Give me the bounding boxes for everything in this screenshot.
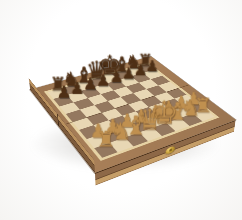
square-f3	[149, 103, 170, 115]
square-e3	[136, 107, 158, 119]
square-h1	[192, 109, 214, 121]
square-f1	[166, 118, 189, 131]
square-a4	[72, 117, 94, 130]
square-g1	[180, 113, 203, 126]
square-b1	[109, 137, 132, 152]
square-d4	[115, 104, 136, 116]
square-b5	[80, 105, 101, 117]
brass-latch-icon	[165, 145, 175, 155]
square-a2	[86, 134, 109, 148]
latch-pin-icon	[169, 148, 172, 152]
square-e2	[144, 115, 166, 128]
square-g2	[171, 106, 193, 118]
square-e1	[153, 123, 176, 136]
square-d2	[130, 119, 152, 132]
square-c2	[116, 124, 139, 138]
square-a1	[94, 143, 118, 158]
chess-board: ♜♞♝♛♚♝♞♜♟♟♟♟♟♟♟♟♟♟♟♟♟♟♟♟♜♞♝♛♚♝♞♜	[30, 56, 236, 173]
square-d3	[122, 111, 144, 123]
square-b3	[94, 120, 116, 133]
square-c3	[108, 116, 130, 129]
square-f2	[158, 110, 180, 122]
square-b4	[87, 113, 109, 126]
square-c4	[101, 108, 122, 120]
square-c1	[124, 132, 147, 146]
board-top-surface	[30, 56, 236, 173]
square-d1	[139, 127, 162, 141]
product-photo-wooden-chess-set: ♜♞♝♛♚♝♞♜♟♟♟♟♟♟♟♟♟♟♟♟♟♟♟♟♜♞♝♛♚♝♞♜	[0, 0, 242, 220]
square-a3	[79, 125, 101, 139]
square-b2	[102, 129, 125, 143]
square-a5	[66, 109, 87, 121]
photo-scene: ♜♞♝♛♚♝♞♜♟♟♟♟♟♟♟♟♟♟♟♟♟♟♟♟♜♞♝♛♚♝♞♜	[0, 0, 242, 220]
